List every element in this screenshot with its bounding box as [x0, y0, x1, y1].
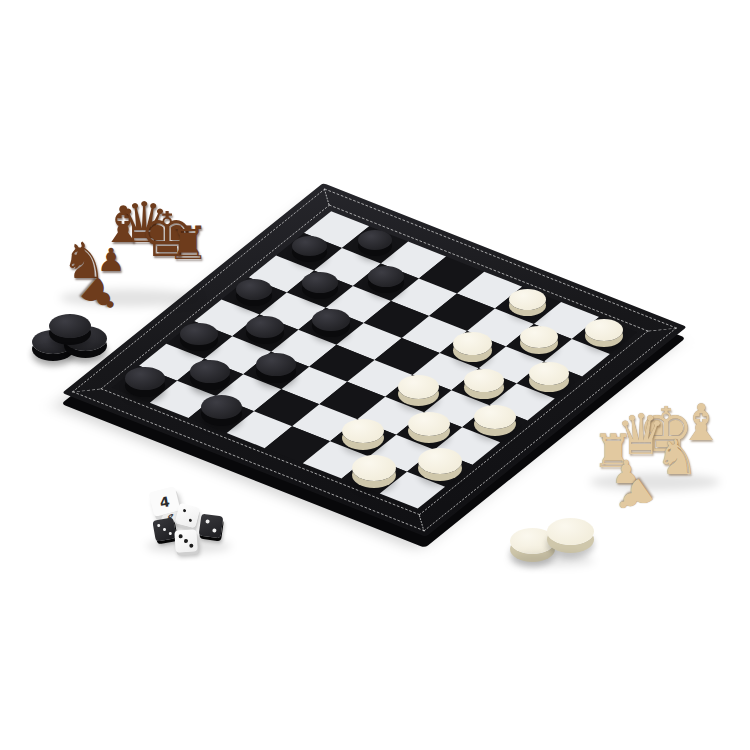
white-die-showing-3[interactable] [174, 529, 197, 552]
die-pip [184, 539, 188, 543]
die-pip [162, 527, 165, 530]
die-pip [189, 544, 193, 548]
doubling-cube-die[interactable]: 4 8 [148, 486, 180, 517]
die-pip [178, 534, 182, 538]
ground-shadow [33, 350, 108, 362]
die-pip [212, 529, 217, 534]
offboard-items-layer: 4 8 ♞♟♟♝♛♚♜♜♛♚♞♝♟♟ [0, 0, 750, 750]
die-pip [182, 508, 186, 512]
die-pip [205, 519, 210, 524]
dark-chess-rook[interactable]: ♜ [167, 220, 208, 266]
die-pip [168, 531, 171, 534]
die-pip [156, 523, 159, 526]
die-pip [188, 518, 192, 522]
light-chess-knight[interactable]: ♞ [655, 433, 698, 481]
scene: 4 8 ♞♟♟♝♛♚♜♜♛♚♞♝♟♟ [0, 0, 750, 750]
ground-shadow [509, 554, 594, 566]
white-die-showing-2[interactable] [174, 502, 199, 527]
black-die-showing-3[interactable] [152, 517, 176, 541]
black-die-showing-2[interactable] [199, 514, 224, 539]
